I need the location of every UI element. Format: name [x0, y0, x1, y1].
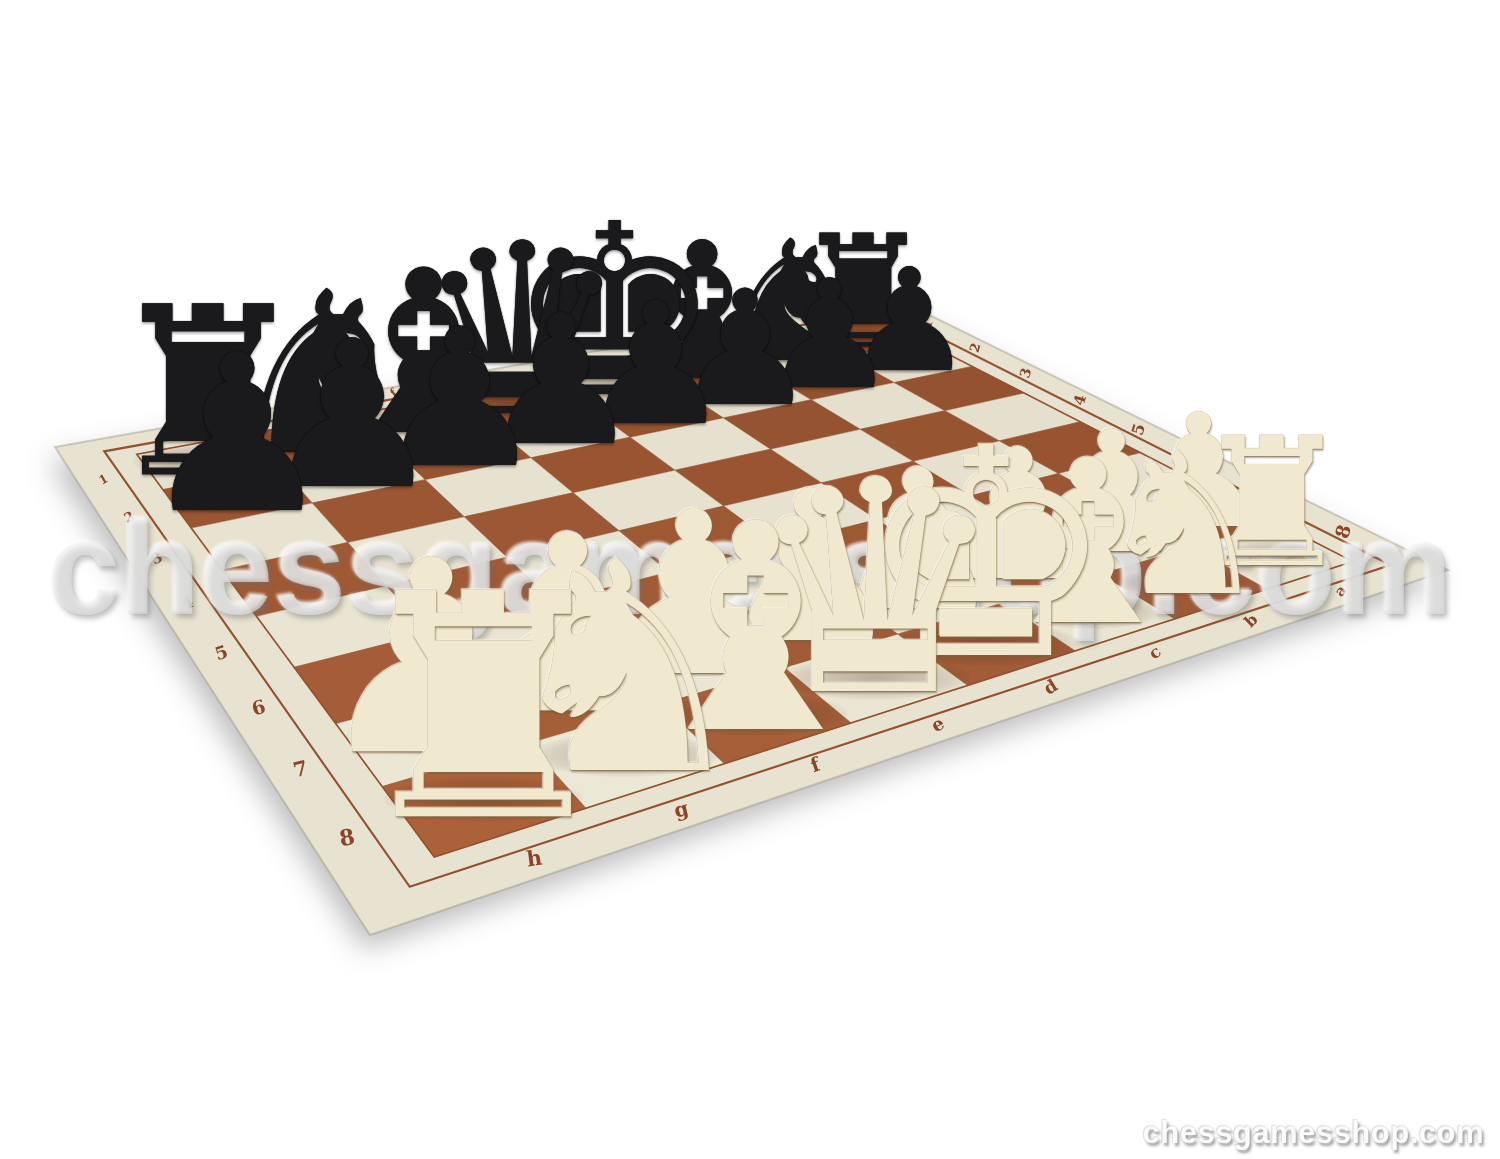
product-photo: chessgamesshop.com ♜♞♝♚♛♝♞♜♟♟♟♟♟♟♟♟♟♟♟♟♟…: [0, 0, 1500, 1159]
piece-shadow: [1148, 505, 1249, 529]
piece-shadow: [864, 351, 955, 372]
piece-shadow: [893, 622, 1078, 665]
piece-shadow: [1120, 568, 1246, 597]
piece-black-queen-e1: ♛: [403, 212, 641, 450]
piece-shadow: [532, 733, 719, 777]
piece-black-rook-a1: ♜: [785, 215, 940, 370]
piece-white-rook-a8: ♜: [1182, 414, 1361, 593]
piece-white-pawn-b7: ♟: [1027, 409, 1196, 578]
piece-shadow: [247, 424, 391, 458]
piece-black-pawn-a2: ♟: [838, 250, 981, 393]
piece-shadow: [731, 340, 838, 365]
piece-shadow: [351, 404, 496, 438]
piece-shadow: [538, 367, 690, 403]
piece-white-pawn-e7: ♟: [706, 463, 915, 672]
piece-white-pawn-c7: ♟: [928, 426, 1109, 607]
piece-shadow: [743, 611, 877, 642]
piece-shadow: [446, 385, 598, 421]
piece-shadow: [856, 582, 980, 611]
piece-black-pawn-h2: ♟: [128, 326, 346, 544]
piece-shadow: [1215, 542, 1329, 569]
piece-black-rook-h1: ♜: [91, 277, 325, 511]
piece-white-king-d8: ♚: [841, 411, 1130, 700]
piece-shadow: [503, 419, 618, 446]
piece-white-knight-g8: ♞: [480, 524, 772, 816]
piece-white-rook-h8: ♜: [328, 553, 639, 864]
piece-shadow: [398, 438, 520, 467]
piece-black-pawn-d2: ♟: [571, 280, 740, 449]
piece-shadow: [384, 776, 583, 823]
piece-white-pawn-f7: ♟: [581, 482, 807, 708]
piece-white-pawn-g7: ♟: [445, 503, 691, 749]
piece-shadow: [489, 678, 646, 715]
watermark-corner: chessgamesshop.com: [1142, 1115, 1484, 1151]
piece-shadow: [960, 554, 1076, 581]
piece-shadow: [781, 367, 877, 390]
pieces-layer: ♜♞♝♚♛♝♞♜♟♟♟♟♟♟♟♟♟♟♟♟♟♟♟♟♜♞♝♚♛♝♞♜: [0, 0, 1500, 1159]
piece-shadow: [664, 693, 848, 736]
piece-black-bishop-c1: ♝: [607, 217, 797, 407]
piece-black-knight-b1: ♞: [701, 219, 869, 387]
piece-white-bishop-f8: ♝: [612, 486, 899, 773]
piece-white-pawn-a7: ♟: [1120, 393, 1278, 551]
piece-black-pawn-g2: ♟: [250, 314, 454, 518]
piece-shadow: [1058, 528, 1166, 553]
piece-shadow: [694, 383, 796, 407]
piece-shadow: [167, 481, 307, 514]
piece-black-pawn-e2: ♟: [471, 291, 651, 471]
piece-shadow: [1016, 595, 1161, 629]
piece-shadow: [781, 656, 970, 700]
piece-black-knight-g1: ♞: [207, 262, 432, 487]
piece-shadow: [813, 326, 912, 349]
piece-shadow: [133, 444, 283, 479]
piece-shadow: [641, 354, 763, 383]
piece-black-pawn-b2: ♟: [754, 260, 905, 411]
piece-black-pawn-c2: ♟: [665, 270, 825, 430]
piece-shadow: [602, 400, 710, 425]
piece-black-pawn-f2: ♟: [364, 303, 555, 494]
piece-white-pawn-d7: ♟: [821, 444, 1015, 638]
piece-shadow: [287, 459, 418, 490]
piece-white-queen-e8: ♛: [728, 442, 1023, 737]
piece-shadow: [346, 715, 517, 755]
piece-white-bishop-c8: ♝: [975, 431, 1202, 658]
piece-white-knight-b8: ♞: [1085, 427, 1282, 624]
piece-black-king-d1: ♚: [496, 193, 734, 431]
piece-white-pawn-h7: ♟: [298, 525, 565, 792]
piece-black-bishop-f1: ♝: [310, 240, 537, 467]
piece-shadow: [622, 643, 767, 677]
